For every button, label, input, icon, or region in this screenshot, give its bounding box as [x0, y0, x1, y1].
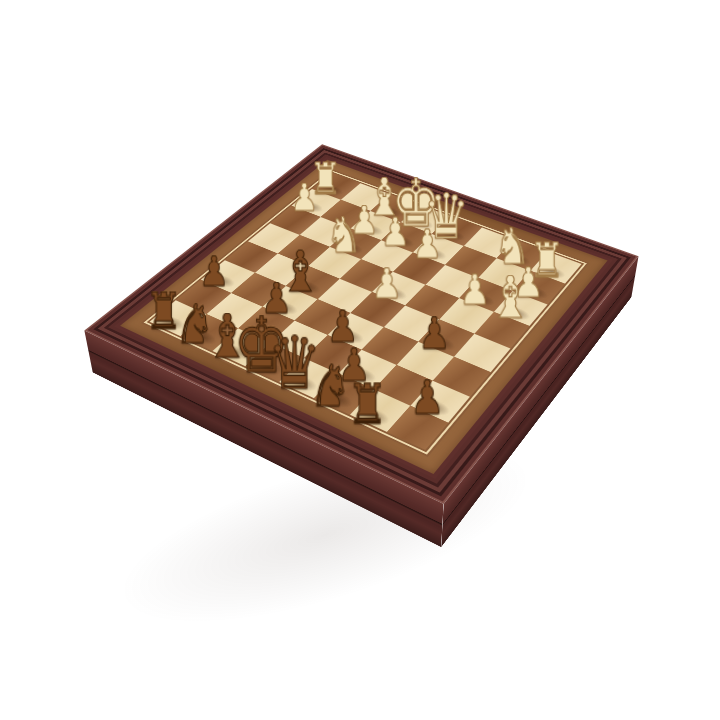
- piece-shadow: [268, 298, 302, 317]
- piece-shadow: [155, 313, 190, 333]
- piece-shadow: [251, 357, 287, 379]
- piece-shadow: [386, 233, 418, 250]
- piece-shadow: [320, 388, 357, 411]
- piece-shadow: [344, 364, 381, 386]
- piece-shadow: [377, 284, 411, 303]
- piece-shadow: [535, 263, 568, 281]
- piece-shadow: [285, 372, 322, 395]
- piece-shadow: [464, 290, 498, 309]
- box-frame-top: ♜♝♚♛♞♜♟♟♟♟♟♞♟♝♟♝♟♟♟♟♟♟♜♞♝♚♛♞♜: [84, 144, 638, 504]
- piece-shadow: [218, 342, 254, 363]
- square-c6[interactable]: ♟: [262, 286, 317, 321]
- piece-shadow: [356, 404, 394, 428]
- board-border: ♜♝♚♛♞♜♟♟♟♟♟♞♟♝♟♝♟♟♟♟♟♟♜♞♝♚♛♞♜: [120, 160, 607, 474]
- piece-shadow: [206, 272, 239, 290]
- piece-shadow: [333, 326, 368, 347]
- piece-shadow: [186, 327, 221, 348]
- square-f4[interactable]: [405, 285, 459, 320]
- chess-set-photo: ♜♝♚♛♞♜♟♟♟♟♟♞♟♝♟♝♟♟♟♟♟♟♜♞♝♚♛♞♜: [0, 0, 720, 720]
- chess-board-box: ♜♝♚♛♞♜♟♟♟♟♟♞♟♝♟♝♟♟♟♟♟♟♜♞♝♚♛♞♜: [84, 144, 638, 504]
- white-knight-g1[interactable]: ♞: [494, 227, 531, 268]
- square-a5[interactable]: [225, 241, 278, 273]
